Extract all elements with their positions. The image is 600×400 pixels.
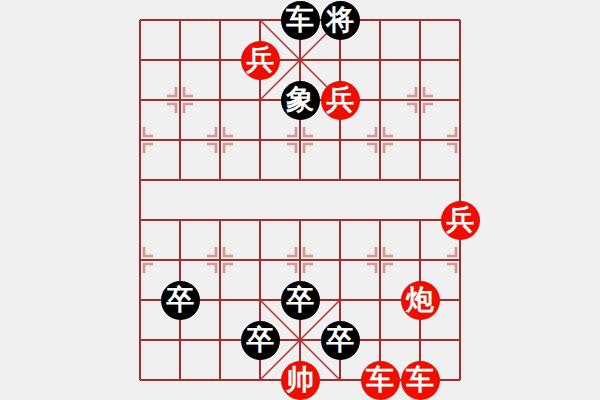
piece-red-chariot[interactable]: 车 xyxy=(401,361,440,400)
piece-black-elephant[interactable]: 象 xyxy=(281,81,320,120)
piece-black-soldier[interactable]: 卒 xyxy=(161,281,200,320)
piece-black-general[interactable]: 将 xyxy=(321,1,360,40)
piece-red-soldier[interactable]: 兵 xyxy=(321,81,360,120)
piece-black-soldier[interactable]: 卒 xyxy=(321,321,360,360)
piece-black-chariot[interactable]: 车 xyxy=(281,1,320,40)
piece-red-general[interactable]: 帅 xyxy=(281,361,320,400)
piece-black-soldier[interactable]: 卒 xyxy=(241,321,280,360)
piece-red-chariot[interactable]: 车 xyxy=(361,361,400,400)
piece-red-soldier[interactable]: 兵 xyxy=(241,41,280,80)
xiangqi-board: 车将兵象兵兵卒卒炮卒卒帅车车 xyxy=(120,0,480,400)
piece-red-soldier[interactable]: 兵 xyxy=(441,201,480,240)
xiangqi-board-screenshot: 车将兵象兵兵卒卒炮卒卒帅车车 xyxy=(0,0,600,400)
piece-red-cannon[interactable]: 炮 xyxy=(401,281,440,320)
piece-black-soldier[interactable]: 卒 xyxy=(281,281,320,320)
